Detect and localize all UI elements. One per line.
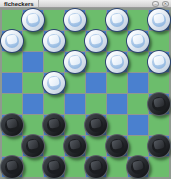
square-r2c6	[107, 31, 127, 51]
square-r7c5	[86, 136, 106, 156]
window-controls: – ✕	[152, 1, 169, 7]
white-piece[interactable]	[147, 8, 171, 32]
square-r3c7	[128, 52, 148, 72]
square-r4c8	[149, 73, 169, 93]
square-r7c8[interactable]	[149, 136, 169, 156]
square-r3c2[interactable]	[23, 52, 43, 72]
white-piece[interactable]	[42, 71, 66, 95]
square-r2c1[interactable]	[2, 31, 22, 51]
square-r1c5	[86, 10, 106, 30]
black-piece[interactable]	[63, 134, 87, 158]
white-piece[interactable]	[21, 8, 45, 32]
white-piece[interactable]	[42, 29, 66, 53]
white-piece[interactable]	[84, 29, 108, 53]
checkers-board[interactable]	[0, 8, 171, 179]
square-r8c7[interactable]	[128, 157, 148, 177]
square-r5c7	[128, 94, 148, 114]
square-r8c4	[65, 157, 85, 177]
square-r3c8[interactable]	[149, 52, 169, 72]
square-r8c1[interactable]	[2, 157, 22, 177]
square-r8c3[interactable]	[44, 157, 64, 177]
square-r4c2	[23, 73, 43, 93]
square-r7c7	[128, 136, 148, 156]
square-r1c2[interactable]	[23, 10, 43, 30]
black-piece[interactable]	[147, 92, 171, 116]
square-r8c5[interactable]	[86, 157, 106, 177]
square-r6c4	[65, 115, 85, 135]
white-piece[interactable]	[63, 8, 87, 32]
square-r6c6	[107, 115, 127, 135]
square-r1c3	[44, 10, 64, 30]
square-r4c7[interactable]	[128, 73, 148, 93]
square-r6c3[interactable]	[44, 115, 64, 135]
black-piece[interactable]	[84, 155, 108, 179]
window-title: flcheckers	[4, 0, 34, 8]
black-piece[interactable]	[147, 134, 171, 158]
square-r1c1	[2, 10, 22, 30]
square-r5c2[interactable]	[23, 94, 43, 114]
black-piece[interactable]	[42, 113, 66, 137]
square-r1c4[interactable]	[65, 10, 85, 30]
square-r8c6	[107, 157, 127, 177]
black-piece[interactable]	[126, 155, 150, 179]
square-r4c3[interactable]	[44, 73, 64, 93]
square-r2c3[interactable]	[44, 31, 64, 51]
square-r6c2	[23, 115, 43, 135]
square-r1c8[interactable]	[149, 10, 169, 30]
square-r8c8	[149, 157, 169, 177]
title-tab: flcheckers	[0, 0, 39, 7]
square-r3c1	[2, 52, 22, 72]
square-r7c1	[2, 136, 22, 156]
black-piece[interactable]	[84, 113, 108, 137]
black-piece[interactable]	[105, 134, 129, 158]
square-r2c2	[23, 31, 43, 51]
white-piece[interactable]	[105, 8, 129, 32]
square-r3c3	[44, 52, 64, 72]
square-r2c8	[149, 31, 169, 51]
white-piece[interactable]	[63, 50, 87, 74]
square-r3c5	[86, 52, 106, 72]
square-r4c6	[107, 73, 127, 93]
square-r5c3	[44, 94, 64, 114]
square-r1c6[interactable]	[107, 10, 127, 30]
square-r7c3	[44, 136, 64, 156]
black-piece[interactable]	[0, 113, 24, 137]
square-r7c6[interactable]	[107, 136, 127, 156]
square-r7c4[interactable]	[65, 136, 85, 156]
window-titlebar[interactable]: flcheckers – ✕	[0, 0, 171, 8]
square-r5c6[interactable]	[107, 94, 127, 114]
square-r2c4	[65, 31, 85, 51]
square-r4c5[interactable]	[86, 73, 106, 93]
square-r6c7[interactable]	[128, 115, 148, 135]
minimize-button[interactable]: –	[152, 1, 159, 7]
square-r8c2	[23, 157, 43, 177]
square-r4c1[interactable]	[2, 73, 22, 93]
square-r5c4[interactable]	[65, 94, 85, 114]
square-r4c4	[65, 73, 85, 93]
square-r3c4[interactable]	[65, 52, 85, 72]
square-r6c5[interactable]	[86, 115, 106, 135]
square-r3c6[interactable]	[107, 52, 127, 72]
square-r5c1	[2, 94, 22, 114]
square-r6c8	[149, 115, 169, 135]
white-piece[interactable]	[0, 29, 24, 53]
white-piece[interactable]	[147, 50, 171, 74]
square-r6c1[interactable]	[2, 115, 22, 135]
black-piece[interactable]	[42, 155, 66, 179]
close-button[interactable]: ✕	[162, 1, 169, 7]
square-r2c5[interactable]	[86, 31, 106, 51]
square-r2c7[interactable]	[128, 31, 148, 51]
white-piece[interactable]	[105, 50, 129, 74]
black-piece[interactable]	[21, 134, 45, 158]
black-piece[interactable]	[0, 155, 24, 179]
white-piece[interactable]	[126, 29, 150, 53]
flcheckers-window: flcheckers – ✕	[0, 0, 171, 179]
square-r1c7	[128, 10, 148, 30]
square-r5c8[interactable]	[149, 94, 169, 114]
square-r7c2[interactable]	[23, 136, 43, 156]
square-r5c5	[86, 94, 106, 114]
